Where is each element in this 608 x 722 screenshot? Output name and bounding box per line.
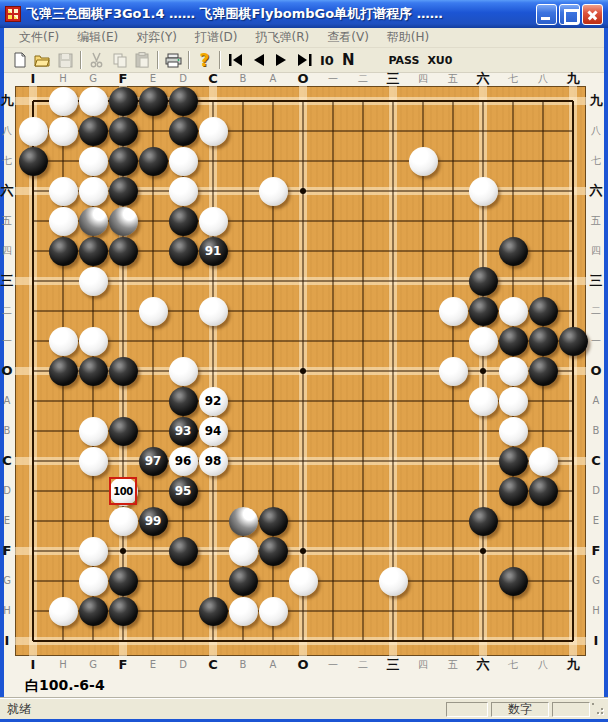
board-point[interactable] (168, 176, 198, 206)
board-point[interactable] (108, 596, 138, 626)
board-point[interactable] (258, 506, 288, 536)
board-point[interactable] (18, 296, 48, 326)
board-point[interactable] (498, 266, 528, 296)
board-point[interactable] (288, 326, 318, 356)
menu-edit[interactable]: 编辑(E) (68, 27, 127, 48)
board-point[interactable] (408, 476, 438, 506)
board-point[interactable] (408, 326, 438, 356)
board-point[interactable] (48, 536, 78, 566)
step-back-button[interactable] (247, 49, 270, 71)
board-point[interactable] (348, 86, 378, 116)
board-point[interactable] (408, 446, 438, 476)
board-point[interactable] (108, 536, 138, 566)
board-point[interactable] (138, 86, 168, 116)
board-point[interactable] (258, 206, 288, 236)
board-point[interactable] (468, 146, 498, 176)
board-point[interactable] (498, 476, 528, 506)
minimize-button[interactable] (536, 4, 557, 25)
board-point[interactable] (78, 116, 108, 146)
board-point[interactable] (48, 476, 78, 506)
board-point[interactable] (78, 206, 108, 236)
board-point[interactable] (318, 236, 348, 266)
board-point[interactable] (168, 326, 198, 356)
board-point[interactable] (228, 506, 258, 536)
board-point[interactable] (558, 296, 588, 326)
board-point[interactable] (528, 266, 558, 296)
board-point[interactable] (108, 146, 138, 176)
board-point[interactable] (348, 236, 378, 266)
board-point[interactable] (438, 86, 468, 116)
board-point[interactable] (468, 236, 498, 266)
board-point[interactable] (498, 506, 528, 536)
board-point[interactable] (558, 506, 588, 536)
board-point[interactable] (78, 146, 108, 176)
board-point[interactable] (318, 266, 348, 296)
board-point[interactable] (288, 266, 318, 296)
board-point[interactable] (138, 206, 168, 236)
board-point[interactable] (108, 296, 138, 326)
board-point[interactable] (438, 386, 468, 416)
board-point[interactable]: 95 (168, 476, 198, 506)
board-point[interactable] (528, 536, 558, 566)
board-point[interactable] (408, 296, 438, 326)
board-point[interactable] (168, 236, 198, 266)
board-point[interactable] (348, 506, 378, 536)
board-point[interactable] (318, 206, 348, 236)
board-point[interactable] (558, 626, 588, 656)
board-point[interactable] (468, 356, 498, 386)
board-point[interactable] (438, 596, 468, 626)
board-point[interactable] (498, 356, 528, 386)
board-point[interactable] (288, 86, 318, 116)
board-point[interactable] (198, 266, 228, 296)
board-point[interactable] (498, 416, 528, 446)
board-point[interactable] (318, 386, 348, 416)
board-point[interactable] (498, 86, 528, 116)
board-point[interactable] (558, 446, 588, 476)
board-point[interactable] (408, 176, 438, 206)
board-point[interactable] (408, 386, 438, 416)
board-point[interactable] (228, 566, 258, 596)
board-point[interactable] (228, 536, 258, 566)
board-point[interactable] (438, 506, 468, 536)
maximize-button[interactable] (559, 4, 580, 25)
board-point[interactable] (528, 446, 558, 476)
board-point[interactable] (18, 536, 48, 566)
board-point[interactable] (168, 86, 198, 116)
menu-record[interactable]: 打谱(D) (186, 27, 247, 48)
board-point[interactable] (18, 86, 48, 116)
board-point[interactable] (528, 116, 558, 146)
board-point[interactable] (18, 626, 48, 656)
board-point[interactable] (438, 356, 468, 386)
board-point[interactable] (288, 176, 318, 206)
board-point[interactable] (438, 416, 468, 446)
board-point[interactable] (558, 146, 588, 176)
board-point[interactable] (318, 326, 348, 356)
board-point[interactable] (498, 206, 528, 236)
board-point[interactable] (78, 566, 108, 596)
board-point[interactable]: 91 (198, 236, 228, 266)
board-point[interactable] (528, 86, 558, 116)
board-point[interactable] (78, 176, 108, 206)
board-point[interactable] (348, 386, 378, 416)
board-point[interactable]: 96 (168, 446, 198, 476)
board-point[interactable] (288, 146, 318, 176)
board-point[interactable] (318, 476, 348, 506)
board-point[interactable] (228, 386, 258, 416)
board-point[interactable] (498, 176, 528, 206)
board-point[interactable] (198, 296, 228, 326)
board-point[interactable] (138, 566, 168, 596)
board-point[interactable] (108, 626, 138, 656)
board-point[interactable]: 94 (198, 416, 228, 446)
board-point[interactable] (228, 176, 258, 206)
board-point[interactable] (258, 296, 288, 326)
board-point[interactable] (498, 236, 528, 266)
board-point[interactable] (348, 416, 378, 446)
board-point[interactable] (258, 536, 288, 566)
board-point[interactable] (438, 476, 468, 506)
board-point[interactable] (168, 506, 198, 536)
board-point[interactable] (138, 476, 168, 506)
board-point[interactable] (498, 116, 528, 146)
board-point[interactable] (168, 386, 198, 416)
board-point[interactable] (378, 146, 408, 176)
board-point[interactable] (408, 596, 438, 626)
goto-end-button[interactable] (293, 49, 316, 71)
board-point[interactable] (48, 116, 78, 146)
board-point[interactable] (318, 296, 348, 326)
board-point[interactable] (558, 566, 588, 596)
board-point[interactable] (348, 476, 378, 506)
board-point[interactable] (228, 266, 258, 296)
board-point[interactable] (258, 116, 288, 146)
board-point[interactable] (438, 446, 468, 476)
board-point[interactable] (378, 446, 408, 476)
board-point[interactable] (258, 326, 288, 356)
board-point[interactable] (318, 356, 348, 386)
board-point[interactable] (468, 266, 498, 296)
board-point[interactable] (138, 356, 168, 386)
board-point[interactable] (438, 116, 468, 146)
board-point[interactable] (438, 206, 468, 236)
board-point[interactable] (468, 296, 498, 326)
board-point[interactable] (288, 476, 318, 506)
board-point[interactable] (288, 116, 318, 146)
board-point[interactable] (348, 566, 378, 596)
board-point[interactable] (78, 476, 108, 506)
new-button[interactable] (8, 49, 31, 71)
board-point[interactable] (528, 146, 558, 176)
board-point[interactable] (318, 176, 348, 206)
save-button[interactable] (54, 49, 77, 71)
board-point[interactable] (378, 536, 408, 566)
board-point[interactable] (168, 146, 198, 176)
board-point[interactable] (138, 386, 168, 416)
board-point[interactable] (348, 596, 378, 626)
board-point[interactable] (498, 296, 528, 326)
n-button[interactable]: N (338, 51, 359, 69)
board-point[interactable] (528, 206, 558, 236)
board-point[interactable] (18, 266, 48, 296)
board-point[interactable] (138, 176, 168, 206)
board-point[interactable] (558, 356, 588, 386)
board-point[interactable] (348, 326, 378, 356)
board-point[interactable] (558, 176, 588, 206)
board-point[interactable] (258, 266, 288, 296)
board-point[interactable] (198, 506, 228, 536)
board-point[interactable] (498, 326, 528, 356)
board-point[interactable] (228, 446, 258, 476)
board-point[interactable] (108, 416, 138, 446)
board-point[interactable] (78, 506, 108, 536)
board-point[interactable] (108, 236, 138, 266)
board-point[interactable] (198, 536, 228, 566)
board-point[interactable] (408, 236, 438, 266)
board-point[interactable] (138, 296, 168, 326)
board-point[interactable] (228, 116, 258, 146)
board-point[interactable] (528, 296, 558, 326)
board-point[interactable]: 97 (138, 446, 168, 476)
board-point[interactable] (168, 206, 198, 236)
board-point[interactable] (228, 626, 258, 656)
board-point[interactable] (228, 596, 258, 626)
board-point[interactable] (498, 566, 528, 596)
board-point[interactable] (48, 446, 78, 476)
board-point[interactable]: 100 (108, 476, 138, 506)
board-point[interactable] (78, 626, 108, 656)
board-point[interactable] (378, 356, 408, 386)
goto-zero-button[interactable]: I0 (316, 53, 338, 68)
print-button[interactable] (162, 49, 185, 71)
board-point[interactable] (318, 626, 348, 656)
board-point[interactable] (168, 596, 198, 626)
board-point[interactable] (498, 596, 528, 626)
board-point[interactable] (408, 566, 438, 596)
board-point[interactable] (378, 236, 408, 266)
board-point[interactable] (258, 176, 288, 206)
board-point[interactable] (468, 446, 498, 476)
board-point[interactable] (558, 326, 588, 356)
menu-view[interactable]: 查看(V) (318, 27, 378, 48)
board-point[interactable] (318, 536, 348, 566)
board-point[interactable] (78, 536, 108, 566)
board-point[interactable] (468, 386, 498, 416)
board-point[interactable] (348, 206, 378, 236)
board-point[interactable] (558, 236, 588, 266)
board-point[interactable] (498, 536, 528, 566)
board-point[interactable] (168, 296, 198, 326)
board-point[interactable] (138, 266, 168, 296)
board-point[interactable] (408, 536, 438, 566)
board-point[interactable] (108, 86, 138, 116)
board-point[interactable] (288, 356, 318, 386)
board-point[interactable] (258, 356, 288, 386)
board-point[interactable] (528, 566, 558, 596)
board-point[interactable] (288, 296, 318, 326)
board-point[interactable] (258, 476, 288, 506)
board-point[interactable] (258, 386, 288, 416)
board-point[interactable] (528, 356, 558, 386)
board-point[interactable] (348, 116, 378, 146)
board-point[interactable] (408, 86, 438, 116)
board-point[interactable] (78, 86, 108, 116)
board-point[interactable] (288, 566, 318, 596)
board-point[interactable] (168, 266, 198, 296)
board-point[interactable] (78, 266, 108, 296)
board-point[interactable] (198, 626, 228, 656)
board-point[interactable] (78, 596, 108, 626)
board-point[interactable] (348, 176, 378, 206)
board-point[interactable] (198, 116, 228, 146)
step-forward-button[interactable] (270, 49, 293, 71)
menu-help[interactable]: 帮助(H) (378, 27, 438, 48)
board-point[interactable] (78, 416, 108, 446)
board-point[interactable] (468, 506, 498, 536)
board-point[interactable]: 92 (198, 386, 228, 416)
board-point[interactable] (18, 566, 48, 596)
board-point[interactable] (558, 386, 588, 416)
board-point[interactable] (438, 326, 468, 356)
board-point[interactable] (318, 506, 348, 536)
board-point[interactable] (258, 146, 288, 176)
board-point[interactable] (408, 206, 438, 236)
board-point[interactable] (468, 116, 498, 146)
title-bar[interactable]: 飞弹三色围棋F3Go1.4 …… 飞弹围棋FlybombGo单机打谱程序 …… (0, 0, 608, 28)
board-point[interactable] (378, 296, 408, 326)
board-point[interactable] (78, 326, 108, 356)
board-point[interactable] (108, 266, 138, 296)
board-point[interactable] (18, 506, 48, 536)
board-point[interactable] (288, 416, 318, 446)
board-point[interactable] (528, 416, 558, 446)
board-point[interactable] (108, 116, 138, 146)
paste-button[interactable] (131, 49, 154, 71)
board-point[interactable] (288, 626, 318, 656)
board-point[interactable] (258, 416, 288, 446)
board-point[interactable] (408, 416, 438, 446)
menu-bomb[interactable]: 扔飞弹(R) (247, 27, 319, 48)
board-point[interactable] (348, 626, 378, 656)
board-point[interactable] (288, 386, 318, 416)
board-point[interactable] (198, 176, 228, 206)
board-point[interactable] (18, 176, 48, 206)
board-point[interactable] (198, 566, 228, 596)
board-point[interactable] (348, 446, 378, 476)
board-point[interactable] (48, 506, 78, 536)
board-point[interactable] (108, 206, 138, 236)
board-point[interactable] (378, 266, 408, 296)
board-point[interactable] (528, 326, 558, 356)
board-point[interactable] (48, 416, 78, 446)
board-point[interactable] (528, 236, 558, 266)
board-point[interactable] (528, 386, 558, 416)
board-point[interactable] (288, 206, 318, 236)
board-point[interactable] (498, 446, 528, 476)
board-point[interactable] (438, 626, 468, 656)
board-point[interactable] (318, 116, 348, 146)
board-point[interactable] (138, 536, 168, 566)
board-point[interactable] (378, 386, 408, 416)
board-point[interactable] (348, 536, 378, 566)
board-point[interactable] (228, 476, 258, 506)
board-point[interactable] (138, 326, 168, 356)
board-point[interactable] (468, 596, 498, 626)
board-point[interactable] (108, 386, 138, 416)
board-point[interactable] (408, 146, 438, 176)
board-point[interactable] (78, 356, 108, 386)
board-point[interactable] (288, 236, 318, 266)
board-point[interactable] (138, 626, 168, 656)
board-point[interactable] (228, 416, 258, 446)
board-point[interactable] (18, 416, 48, 446)
board-point[interactable] (528, 626, 558, 656)
board-point[interactable] (48, 566, 78, 596)
board-point[interactable] (168, 626, 198, 656)
board-point[interactable] (198, 476, 228, 506)
board-point[interactable] (198, 596, 228, 626)
board-point[interactable]: 98 (198, 446, 228, 476)
board-point[interactable] (438, 296, 468, 326)
board-point[interactable] (528, 506, 558, 536)
board-point[interactable] (438, 146, 468, 176)
pass-button[interactable]: PASS (384, 54, 423, 67)
board-point[interactable] (48, 86, 78, 116)
board-point[interactable] (348, 146, 378, 176)
board-point[interactable]: 93 (168, 416, 198, 446)
board-point[interactable] (228, 206, 258, 236)
board-point[interactable] (468, 626, 498, 656)
board-point[interactable] (18, 206, 48, 236)
board-point[interactable] (348, 296, 378, 326)
board-point[interactable] (408, 116, 438, 146)
board-point[interactable] (258, 626, 288, 656)
board-point[interactable] (528, 176, 558, 206)
resize-grip[interactable] (592, 703, 605, 716)
open-button[interactable] (31, 49, 54, 71)
board-point[interactable] (558, 596, 588, 626)
board-point[interactable] (138, 146, 168, 176)
board-point[interactable] (378, 626, 408, 656)
board-point[interactable] (228, 236, 258, 266)
board-point[interactable] (78, 296, 108, 326)
board-point[interactable] (228, 86, 258, 116)
board-point[interactable] (378, 476, 408, 506)
board-point[interactable] (108, 506, 138, 536)
board-point[interactable] (78, 386, 108, 416)
board-point[interactable] (378, 566, 408, 596)
board-point[interactable] (168, 116, 198, 146)
board-point[interactable] (48, 356, 78, 386)
board-point[interactable] (48, 386, 78, 416)
board-point[interactable] (228, 326, 258, 356)
board-point[interactable] (438, 566, 468, 596)
board-point[interactable] (408, 266, 438, 296)
board-point[interactable]: 99 (138, 506, 168, 536)
board-point[interactable] (498, 146, 528, 176)
board-point[interactable] (258, 566, 288, 596)
board-point[interactable] (468, 176, 498, 206)
board-point[interactable] (18, 446, 48, 476)
board-point[interactable] (468, 86, 498, 116)
board-point[interactable] (138, 236, 168, 266)
board-point[interactable] (288, 536, 318, 566)
board-point[interactable] (138, 416, 168, 446)
board-point[interactable] (228, 296, 258, 326)
copy-button[interactable] (108, 49, 131, 71)
board-point[interactable] (498, 626, 528, 656)
